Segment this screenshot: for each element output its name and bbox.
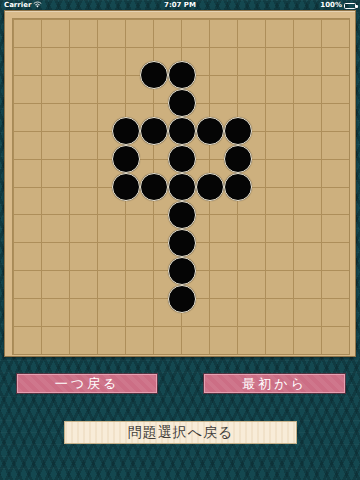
black-stone[interactable] xyxy=(168,173,196,201)
undo-button-label: 一つ戻る xyxy=(55,375,120,393)
black-stone[interactable] xyxy=(224,173,252,201)
black-stone[interactable] xyxy=(112,117,140,145)
black-stone[interactable] xyxy=(112,145,140,173)
battery-icon xyxy=(344,3,356,9)
black-stone[interactable] xyxy=(140,173,168,201)
clock: 7:07 PM xyxy=(0,2,360,9)
black-stone[interactable] xyxy=(112,173,140,201)
black-stone[interactable] xyxy=(168,145,196,173)
undo-button[interactable]: 一つ戻る xyxy=(17,374,157,393)
back-to-problem-select-button[interactable]: 問題選択へ戻る xyxy=(64,421,297,444)
black-stone[interactable] xyxy=(168,117,196,145)
black-stone[interactable] xyxy=(140,61,168,89)
black-stone[interactable] xyxy=(168,201,196,229)
black-stone[interactable] xyxy=(168,229,196,257)
black-stone[interactable] xyxy=(140,117,168,145)
black-stone[interactable] xyxy=(224,145,252,173)
black-stone[interactable] xyxy=(196,117,224,145)
black-stone[interactable] xyxy=(168,285,196,313)
black-stone[interactable] xyxy=(224,117,252,145)
black-stone[interactable] xyxy=(168,257,196,285)
game-board[interactable] xyxy=(4,10,356,357)
restart-button[interactable]: 最初から xyxy=(204,374,345,393)
back-to-problem-select-label: 問題選択へ戻る xyxy=(128,424,234,442)
restart-button-label: 最初から xyxy=(242,375,307,393)
black-stone[interactable] xyxy=(168,61,196,89)
board-grid[interactable] xyxy=(12,18,350,355)
black-stone[interactable] xyxy=(168,89,196,117)
app-screen: 7:07 PM Carrier 100% 一つ戻る 最初から 問題選択へ戻る xyxy=(0,0,360,480)
black-stone[interactable] xyxy=(196,173,224,201)
